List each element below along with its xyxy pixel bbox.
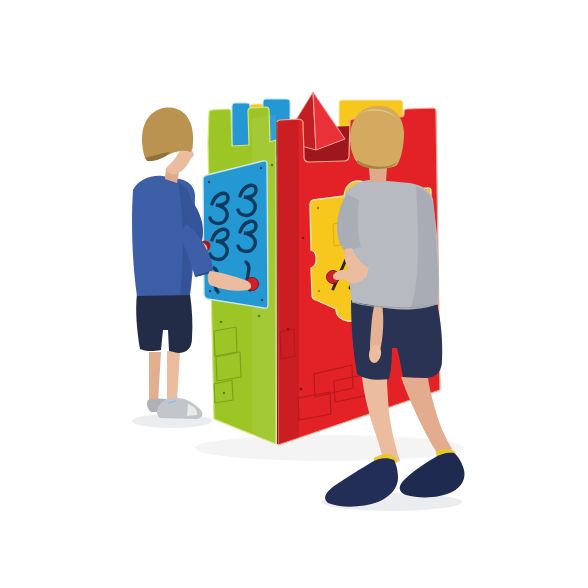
right-boy-hair xyxy=(350,106,404,169)
right-boy-neck xyxy=(369,167,387,182)
castle-shadow xyxy=(195,435,465,461)
red-face-corner-shading xyxy=(278,120,299,445)
corner-seam xyxy=(277,122,278,444)
scene: ✶✶✶ xyxy=(0,0,588,588)
product-photo: ✶✶✶ xyxy=(0,0,588,588)
